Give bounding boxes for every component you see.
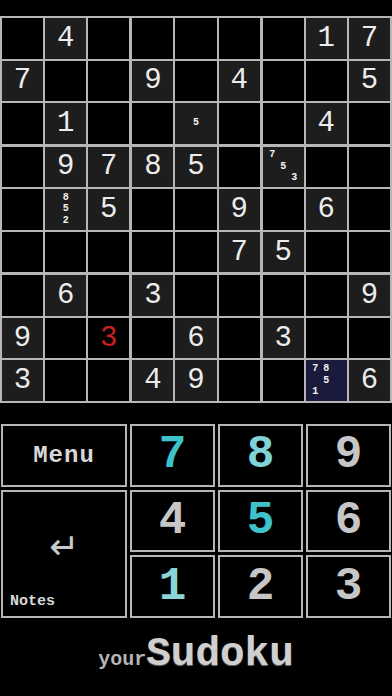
cell-r1c7[interactable]: [263, 18, 304, 59]
cell-r7c4[interactable]: 3: [132, 275, 173, 316]
digit: 7: [14, 66, 31, 95]
digit: 1: [318, 24, 335, 53]
cell-r5c6[interactable]: 9: [219, 189, 260, 230]
pencil-marks: 7851: [306, 360, 347, 401]
cell-r5c7[interactable]: [263, 189, 304, 230]
brand-prefix: your: [98, 648, 146, 671]
cell-r2c5[interactable]: [175, 61, 216, 102]
cell-r3c8[interactable]: 4: [306, 103, 347, 144]
pencil-digit: [49, 192, 60, 204]
box-9: 9378516: [263, 275, 390, 401]
digit-error: 3: [100, 324, 117, 353]
cell-r2c2[interactable]: [45, 61, 86, 102]
cell-r7c9[interactable]: 9: [349, 275, 390, 316]
pencil-digit: [49, 215, 60, 227]
pencil-marks: 5: [175, 103, 216, 144]
return-icon: ↵: [49, 529, 79, 565]
cell-r1c5[interactable]: [175, 18, 216, 59]
digit: 3: [14, 366, 31, 395]
digit: 9: [230, 195, 247, 224]
cell-r8c3[interactable]: 3: [88, 318, 129, 359]
cell-r1c9[interactable]: 7: [349, 18, 390, 59]
pencil-digit: [190, 129, 201, 141]
box-7: 6933: [2, 275, 129, 401]
cell-r6c5[interactable]: [175, 232, 216, 273]
cell-r3c1[interactable]: [2, 103, 43, 144]
pencil-digit: [321, 386, 332, 398]
cell-r6c6[interactable]: 7: [219, 232, 260, 273]
pencil-digit: [332, 375, 343, 387]
cell-r3c6[interactable]: [219, 103, 260, 144]
cell-r2c7[interactable]: [263, 61, 304, 102]
cell-r9c1[interactable]: 3: [2, 360, 43, 401]
key-1[interactable]: 1: [130, 555, 215, 618]
cell-r2c3[interactable]: [88, 61, 129, 102]
digit: 7: [361, 24, 378, 53]
digit: 5: [361, 66, 378, 95]
cell-r5c3[interactable]: 5: [88, 189, 129, 230]
cell-r4c4[interactable]: 8: [132, 147, 173, 188]
digit: 9: [361, 281, 378, 310]
pencil-digit: [278, 150, 289, 162]
key-9[interactable]: 9: [306, 424, 391, 487]
cell-r6c7[interactable]: 5: [263, 232, 304, 273]
box-8: 3649: [132, 275, 259, 401]
digit: 4: [230, 66, 247, 95]
box-6: 75365: [263, 147, 390, 273]
brand-name: Sudoku: [146, 631, 294, 677]
digit: 5: [100, 195, 117, 224]
box-3: 1754: [263, 18, 390, 144]
cell-r8c6[interactable]: [219, 318, 260, 359]
digit: 6: [187, 324, 204, 353]
digit: 1: [57, 109, 74, 138]
digit: 4: [144, 366, 161, 395]
cell-r7c6[interactable]: [219, 275, 260, 316]
digit: 6: [57, 281, 74, 310]
cell-r5c2[interactable]: 852: [45, 189, 86, 230]
cell-r4c7[interactable]: 753: [263, 147, 304, 188]
cell-r6c4[interactable]: [132, 232, 173, 273]
pencil-digit: 5: [321, 375, 332, 387]
cell-r4c9[interactable]: [349, 147, 390, 188]
cell-r5c9[interactable]: [349, 189, 390, 230]
pencil-digit: 5: [190, 118, 201, 130]
digit: 3: [275, 324, 292, 353]
cell-r4c3[interactable]: 7: [88, 147, 129, 188]
sudoku-board: 4719451754978525859775365693336499378516: [0, 16, 392, 403]
cell-r8c1[interactable]: 9: [2, 318, 43, 359]
digit: 3: [144, 281, 161, 310]
menu-button[interactable]: Menu: [1, 424, 127, 487]
box-5: 8597: [132, 147, 259, 273]
digit: 9: [57, 152, 74, 181]
cell-r4c8[interactable]: [306, 147, 347, 188]
pencil-digit: 8: [60, 192, 71, 204]
cell-r3c9[interactable]: [349, 103, 390, 144]
cell-r5c8[interactable]: 6: [306, 189, 347, 230]
pencil-digit: [71, 215, 82, 227]
cell-r3c4[interactable]: [132, 103, 173, 144]
cell-r1c3[interactable]: [88, 18, 129, 59]
pencil-digit: [179, 129, 190, 141]
cell-r7c1[interactable]: [2, 275, 43, 316]
box-4: 978525: [2, 147, 129, 273]
cell-r8c5[interactable]: 6: [175, 318, 216, 359]
pencil-marks: 852: [45, 189, 86, 230]
cell-r7c8[interactable]: [306, 275, 347, 316]
pencil-digit: [332, 386, 343, 398]
cell-r5c5[interactable]: [175, 189, 216, 230]
key-7[interactable]: 7: [130, 424, 215, 487]
pencil-digit: [278, 173, 289, 185]
digit: 4: [318, 109, 335, 138]
cell-r9c8[interactable]: 7851: [306, 360, 347, 401]
pencil-digit: [179, 106, 190, 118]
cell-r3c2[interactable]: 1: [45, 103, 86, 144]
box-1: 471: [2, 18, 129, 144]
cell-r4c2[interactable]: 9: [45, 147, 86, 188]
cell-r2c1[interactable]: 7: [2, 61, 43, 102]
digit: 5: [187, 152, 204, 181]
cell-r4c5[interactable]: 5: [175, 147, 216, 188]
cell-r7c5[interactable]: [175, 275, 216, 316]
cell-r7c2[interactable]: 6: [45, 275, 86, 316]
cell-r8c8[interactable]: [306, 318, 347, 359]
pencil-digit: [310, 375, 321, 387]
cell-r9c2[interactable]: [45, 360, 86, 401]
pencil-digit: [267, 161, 278, 173]
key-2[interactable]: 2: [218, 555, 303, 618]
cell-r8c9[interactable]: [349, 318, 390, 359]
cell-r5c4[interactable]: [132, 189, 173, 230]
digit: 7: [100, 152, 117, 181]
digit: 9: [144, 66, 161, 95]
pencil-digit: [289, 161, 300, 173]
cell-r9c4[interactable]: 4: [132, 360, 173, 401]
pencil-digit: [202, 106, 213, 118]
cell-r2c9[interactable]: 5: [349, 61, 390, 102]
cell-r4c6[interactable]: [219, 147, 260, 188]
pencil-digit: 5: [60, 204, 71, 216]
cell-r6c2[interactable]: [45, 232, 86, 273]
cell-r9c5[interactable]: 9: [175, 360, 216, 401]
key-4[interactable]: 4: [130, 490, 215, 553]
digit: 6: [318, 195, 335, 224]
digit: 8: [144, 152, 161, 181]
pencil-digit: [190, 106, 201, 118]
pencil-digit: [202, 118, 213, 130]
pencil-digit: 5: [278, 161, 289, 173]
cell-r6c1[interactable]: [2, 232, 43, 273]
cell-r9c7[interactable]: [263, 360, 304, 401]
cell-r8c7[interactable]: 3: [263, 318, 304, 359]
digit: 9: [14, 324, 31, 353]
cell-r5c1[interactable]: [2, 189, 43, 230]
cell-r3c5[interactable]: 5: [175, 103, 216, 144]
key-8[interactable]: 8: [218, 424, 303, 487]
cell-r2c8[interactable]: [306, 61, 347, 102]
pencil-digit: [202, 129, 213, 141]
digit: 5: [275, 238, 292, 267]
key-6[interactable]: 6: [306, 490, 391, 553]
cell-r3c7[interactable]: [263, 103, 304, 144]
app-branding: yourSudoku: [0, 631, 392, 677]
pencil-marks: 753: [263, 147, 304, 188]
keypad: Menu ↵ Notes 789456123: [0, 424, 392, 618]
cell-r8c2[interactable]: [45, 318, 86, 359]
cell-r1c8[interactable]: 1: [306, 18, 347, 59]
pencil-digit: 2: [60, 215, 71, 227]
pencil-digit: [71, 204, 82, 216]
digit: 9: [187, 366, 204, 395]
cell-r1c1[interactable]: [2, 18, 43, 59]
notes-button-label: Notes: [10, 593, 55, 610]
cell-r6c9[interactable]: [349, 232, 390, 273]
pencil-digit: 8: [321, 363, 332, 375]
pencil-digit: [179, 118, 190, 130]
pencil-digit: [332, 363, 343, 375]
key-3[interactable]: 3: [306, 555, 391, 618]
pencil-digit: 1: [310, 386, 321, 398]
cell-r9c3[interactable]: [88, 360, 129, 401]
cell-r1c4[interactable]: [132, 18, 173, 59]
pencil-digit: 3: [289, 173, 300, 185]
key-5[interactable]: 5: [218, 490, 303, 553]
pencil-digit: [289, 150, 300, 162]
box-2: 945: [132, 18, 259, 144]
cell-r6c8[interactable]: [306, 232, 347, 273]
notes-button[interactable]: ↵ Notes: [1, 490, 127, 618]
digit: 7: [230, 238, 247, 267]
digit: 4: [57, 24, 74, 53]
cell-r7c3[interactable]: [88, 275, 129, 316]
cell-r2c4[interactable]: 9: [132, 61, 173, 102]
pencil-digit: [71, 192, 82, 204]
pencil-digit: 7: [310, 363, 321, 375]
cell-r3c3[interactable]: [88, 103, 129, 144]
cell-r1c2[interactable]: 4: [45, 18, 86, 59]
cell-r1c6[interactable]: [219, 18, 260, 59]
cell-r2c6[interactable]: 4: [219, 61, 260, 102]
pencil-digit: [267, 173, 278, 185]
cell-r7c7[interactable]: [263, 275, 304, 316]
cell-r9c6[interactable]: [219, 360, 260, 401]
cell-r4c1[interactable]: [2, 147, 43, 188]
cell-r6c3[interactable]: [88, 232, 129, 273]
pencil-digit: 7: [267, 150, 278, 162]
cell-r8c4[interactable]: [132, 318, 173, 359]
cell-r9c9[interactable]: 6: [349, 360, 390, 401]
pencil-digit: [49, 204, 60, 216]
digit: 6: [361, 366, 378, 395]
